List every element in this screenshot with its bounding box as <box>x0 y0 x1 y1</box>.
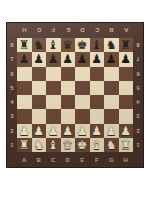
square-b2[interactable]: ♟ <box>32 124 47 138</box>
square-e6[interactable] <box>75 67 90 81</box>
square-a1[interactable]: ♜ <box>17 138 32 152</box>
piece-white-king[interactable]: ♚ <box>77 139 88 151</box>
square-h2[interactable]: ♟ <box>119 124 134 138</box>
coord-top-g: G <box>32 23 47 38</box>
square-e5[interactable] <box>75 81 90 95</box>
square-b1[interactable]: ♞ <box>32 138 47 152</box>
coord-top-d: D <box>75 23 90 38</box>
square-f4[interactable] <box>90 95 105 109</box>
frame-corner <box>7 152 17 167</box>
piece-black-knight[interactable]: ♞ <box>106 39 117 51</box>
frame-corner <box>133 23 143 38</box>
square-a2[interactable]: ♟ <box>17 124 32 138</box>
coord-bottom-f: F <box>90 152 105 167</box>
square-d1[interactable]: ♛ <box>61 138 76 152</box>
page-background: HGFEDCBA8♜♞♝♛♚♝♞♜87♟♟♟♟♟♟♟♟7665544332♟♟♟… <box>0 0 150 200</box>
piece-white-pawn[interactable]: ♟ <box>91 125 102 137</box>
piece-white-rook[interactable]: ♜ <box>120 139 131 151</box>
square-f2[interactable]: ♟ <box>90 124 105 138</box>
coord-left-7: 7 <box>7 52 17 66</box>
piece-white-rook[interactable]: ♜ <box>19 139 30 151</box>
square-b4[interactable] <box>32 95 47 109</box>
piece-white-pawn[interactable]: ♟ <box>19 125 30 137</box>
square-d2[interactable]: ♟ <box>61 124 76 138</box>
square-c2[interactable]: ♟ <box>46 124 61 138</box>
coord-bottom-d: D <box>61 152 76 167</box>
square-a8[interactable]: ♜ <box>17 38 32 52</box>
square-h4[interactable] <box>119 95 134 109</box>
coord-right-6: 6 <box>133 67 143 81</box>
square-e1[interactable]: ♚ <box>75 138 90 152</box>
piece-black-king[interactable]: ♚ <box>77 39 88 51</box>
square-d5[interactable] <box>61 81 76 95</box>
square-b5[interactable] <box>32 81 47 95</box>
coord-left-1: 1 <box>7 138 17 152</box>
coord-right-7: 7 <box>133 52 143 66</box>
coord-top-f: F <box>46 23 61 38</box>
piece-black-pawn[interactable]: ♟ <box>106 53 117 65</box>
square-c4[interactable] <box>46 95 61 109</box>
square-a4[interactable] <box>17 95 32 109</box>
coord-left-5: 5 <box>7 81 17 95</box>
square-b3[interactable] <box>32 109 47 123</box>
square-f6[interactable] <box>90 67 105 81</box>
coord-right-1: 1 <box>133 138 143 152</box>
square-b7[interactable]: ♟ <box>32 52 47 66</box>
piece-black-pawn[interactable]: ♟ <box>120 53 131 65</box>
coord-left-4: 4 <box>7 95 17 109</box>
piece-black-pawn[interactable]: ♟ <box>19 53 30 65</box>
coord-left-3: 3 <box>7 109 17 123</box>
square-g8[interactable]: ♞ <box>104 38 119 52</box>
coord-top-b: B <box>104 23 119 38</box>
piece-white-pawn[interactable]: ♟ <box>33 125 44 137</box>
square-g6[interactable] <box>104 67 119 81</box>
piece-black-queen[interactable]: ♛ <box>62 39 73 51</box>
coord-bottom-e: E <box>75 152 90 167</box>
coord-left-8: 8 <box>7 38 17 52</box>
piece-black-bishop[interactable]: ♝ <box>48 39 59 51</box>
square-h3[interactable] <box>119 109 134 123</box>
piece-white-pawn[interactable]: ♟ <box>77 125 88 137</box>
piece-white-knight[interactable]: ♞ <box>106 139 117 151</box>
square-a6[interactable] <box>17 67 32 81</box>
square-d6[interactable] <box>61 67 76 81</box>
coord-top-h: H <box>17 23 32 38</box>
piece-white-bishop[interactable]: ♝ <box>48 139 59 151</box>
piece-white-pawn[interactable]: ♟ <box>62 125 73 137</box>
coord-right-8: 8 <box>133 38 143 52</box>
piece-black-knight[interactable]: ♞ <box>33 39 44 51</box>
piece-white-pawn[interactable]: ♟ <box>120 125 131 137</box>
coord-right-4: 4 <box>133 95 143 109</box>
square-h7[interactable]: ♟ <box>119 52 134 66</box>
coord-top-a: A <box>119 23 134 38</box>
square-f8[interactable]: ♝ <box>90 38 105 52</box>
coord-left-2: 2 <box>7 124 17 138</box>
piece-white-knight[interactable]: ♞ <box>33 139 44 151</box>
square-f3[interactable] <box>90 109 105 123</box>
coord-bottom-g: G <box>104 152 119 167</box>
square-a7[interactable]: ♟ <box>17 52 32 66</box>
square-c6[interactable] <box>46 67 61 81</box>
square-f5[interactable] <box>90 81 105 95</box>
piece-white-pawn[interactable]: ♟ <box>48 125 59 137</box>
square-a5[interactable] <box>17 81 32 95</box>
coord-right-2: 2 <box>133 124 143 138</box>
piece-black-pawn[interactable]: ♟ <box>33 53 44 65</box>
square-e4[interactable] <box>75 95 90 109</box>
frame-corner <box>133 152 143 167</box>
square-g3[interactable] <box>104 109 119 123</box>
square-h5[interactable] <box>119 81 134 95</box>
coord-right-5: 5 <box>133 81 143 95</box>
square-f7[interactable]: ♟ <box>90 52 105 66</box>
square-a3[interactable] <box>17 109 32 123</box>
coord-left-6: 6 <box>7 67 17 81</box>
coord-bottom-c: C <box>46 152 61 167</box>
square-e7[interactable]: ♟ <box>75 52 90 66</box>
coord-top-e: E <box>61 23 76 38</box>
square-h6[interactable] <box>119 67 134 81</box>
square-e3[interactable] <box>75 109 90 123</box>
chess-board: HGFEDCBA8♜♞♝♛♚♝♞♜87♟♟♟♟♟♟♟♟7665544332♟♟♟… <box>6 22 144 168</box>
square-c8[interactable]: ♝ <box>46 38 61 52</box>
square-d3[interactable] <box>61 109 76 123</box>
square-e8[interactable]: ♚ <box>75 38 90 52</box>
square-b6[interactable] <box>32 67 47 81</box>
square-h8[interactable]: ♜ <box>119 38 134 52</box>
square-g5[interactable] <box>104 81 119 95</box>
square-h1[interactable]: ♜ <box>119 138 134 152</box>
square-e2[interactable]: ♟ <box>75 124 90 138</box>
square-d4[interactable] <box>61 95 76 109</box>
piece-white-bishop[interactable]: ♝ <box>91 139 102 151</box>
square-c5[interactable] <box>46 81 61 95</box>
frame-corner <box>7 23 17 38</box>
square-d8[interactable]: ♛ <box>61 38 76 52</box>
square-g7[interactable]: ♟ <box>104 52 119 66</box>
piece-black-pawn[interactable]: ♟ <box>62 53 73 65</box>
piece-black-pawn[interactable]: ♟ <box>77 53 88 65</box>
piece-black-bishop[interactable]: ♝ <box>91 39 102 51</box>
square-g1[interactable]: ♞ <box>104 138 119 152</box>
piece-black-rook[interactable]: ♜ <box>120 39 131 51</box>
coord-bottom-h: H <box>119 152 134 167</box>
coord-bottom-b: B <box>32 152 47 167</box>
piece-white-pawn[interactable]: ♟ <box>106 125 117 137</box>
square-f1[interactable]: ♝ <box>90 138 105 152</box>
square-g4[interactable] <box>104 95 119 109</box>
square-c7[interactable]: ♟ <box>46 52 61 66</box>
square-c1[interactable]: ♝ <box>46 138 61 152</box>
coord-bottom-a: A <box>17 152 32 167</box>
piece-black-pawn[interactable]: ♟ <box>48 53 59 65</box>
coord-top-c: C <box>90 23 105 38</box>
piece-black-rook[interactable]: ♜ <box>19 39 30 51</box>
square-g2[interactable]: ♟ <box>104 124 119 138</box>
square-b8[interactable]: ♞ <box>32 38 47 52</box>
piece-black-pawn[interactable]: ♟ <box>91 53 102 65</box>
piece-white-queen[interactable]: ♛ <box>62 139 73 151</box>
coord-right-3: 3 <box>133 109 143 123</box>
square-c3[interactable] <box>46 109 61 123</box>
square-d7[interactable]: ♟ <box>61 52 76 66</box>
